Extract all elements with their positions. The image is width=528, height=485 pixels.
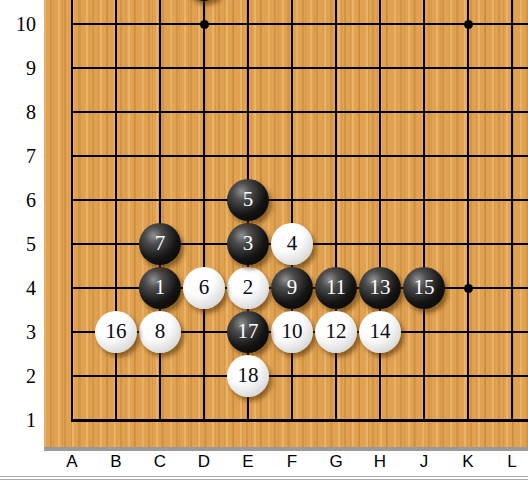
stone-number: 10 <box>282 321 303 342</box>
grid-line-row-2 <box>71 375 528 377</box>
column-label-text: E <box>242 452 253 471</box>
stone-number: 6 <box>199 277 210 298</box>
column-label-text: G <box>329 452 342 471</box>
row-label-5: 5 <box>0 233 36 255</box>
row-label-text: 9 <box>26 57 36 79</box>
stone-number: 1 <box>155 277 166 298</box>
grid-line-col-D <box>203 0 205 422</box>
stone-number: 14 <box>370 321 391 342</box>
star-point-K10 <box>464 20 473 29</box>
stone-number: 7 <box>155 233 166 254</box>
grid-line-row-10 <box>71 23 528 25</box>
column-label-text: L <box>507 452 516 471</box>
stone-number: 17 <box>238 321 259 342</box>
grid-line-col-A <box>71 0 73 422</box>
column-label-text: H <box>374 452 386 471</box>
star-point-K4 <box>464 284 473 293</box>
row-label-7: 7 <box>0 145 36 167</box>
stone-number: 11 <box>326 277 346 298</box>
stone-black-1: 1 <box>139 267 181 309</box>
stone-number: 8 <box>155 321 166 342</box>
column-label-B: B <box>100 452 132 472</box>
stone-number: 12 <box>326 321 347 342</box>
column-label-text: D <box>198 452 210 471</box>
column-label-text: K <box>462 452 473 471</box>
row-label-text: 8 <box>26 101 36 123</box>
stone-number: 4 <box>287 233 298 254</box>
column-label-E: E <box>232 452 264 472</box>
stone-number: 2 <box>243 277 254 298</box>
row-label-text: 4 <box>26 277 36 299</box>
stone-number: 13 <box>370 277 391 298</box>
stone-number: 9 <box>287 277 298 298</box>
window-separator <box>0 476 528 480</box>
row-label-text: 6 <box>26 189 36 211</box>
grid-line-row-9 <box>71 67 528 69</box>
stone-white-16: 16 <box>95 311 137 353</box>
row-label-3: 3 <box>0 321 36 343</box>
row-label-text: 7 <box>26 145 36 167</box>
column-label-D: D <box>188 452 220 472</box>
stone-white-2: 2 <box>227 267 269 309</box>
grid-line-col-K <box>467 0 469 422</box>
row-label-text: 10 <box>16 13 36 35</box>
grid-line-row-7 <box>71 155 528 157</box>
row-label-text: 3 <box>26 321 36 343</box>
stone-white-4: 4 <box>271 223 313 265</box>
row-label-4: 4 <box>0 277 36 299</box>
stone-number: 16 <box>106 321 127 342</box>
stone-black-9: 9 <box>271 267 313 309</box>
grid-line-col-B <box>115 0 117 422</box>
stone-black-13: 13 <box>359 267 401 309</box>
stone-white-10: 10 <box>271 311 313 353</box>
stone-number: 15 <box>414 277 435 298</box>
stone-black-17: 17 <box>227 311 269 353</box>
grid-line-col-F <box>291 0 293 422</box>
row-label-10: 10 <box>0 13 36 35</box>
grid-line-col-H <box>379 0 381 422</box>
column-label-text: B <box>110 452 121 471</box>
stone-black-5: 5 <box>227 179 269 221</box>
row-label-text: 2 <box>26 365 36 387</box>
stone-white-12: 12 <box>315 311 357 353</box>
stone-number: 3 <box>243 233 254 254</box>
row-label-1: 1 <box>0 409 36 431</box>
stone-white-14: 14 <box>359 311 401 353</box>
column-label-K: K <box>452 452 484 472</box>
row-label-9: 9 <box>0 57 36 79</box>
stone-black-7: 7 <box>139 223 181 265</box>
grid-line-col-J <box>423 0 425 422</box>
column-label-F: F <box>276 452 308 472</box>
stone-black-15: 15 <box>403 267 445 309</box>
column-label-G: G <box>320 452 352 472</box>
stone-white-8: 8 <box>139 311 181 353</box>
star-point-D10 <box>200 20 209 29</box>
grid-line-row-6 <box>71 199 528 201</box>
grid-line-row-8 <box>71 111 528 113</box>
stone-number: 18 <box>238 365 259 386</box>
column-label-text: J <box>420 452 429 471</box>
stone-number: 5 <box>243 189 254 210</box>
row-label-8: 8 <box>0 101 36 123</box>
stone-black-3: 3 <box>227 223 269 265</box>
row-label-6: 6 <box>0 189 36 211</box>
column-label-J: J <box>408 452 440 472</box>
grid-line-col-C <box>159 0 161 422</box>
stone-white-18: 18 <box>227 355 269 397</box>
stone-white-6: 6 <box>183 267 225 309</box>
column-label-text: F <box>287 452 297 471</box>
column-label-H: H <box>364 452 396 472</box>
row-label-text: 1 <box>26 409 36 431</box>
column-label-A: A <box>56 452 88 472</box>
stone-black-11: 11 <box>315 267 357 309</box>
column-label-text: A <box>66 452 77 471</box>
grid-line-col-L <box>511 0 513 422</box>
column-label-text: C <box>154 452 166 471</box>
board-shadow <box>44 447 528 451</box>
grid-line-row-1 <box>71 419 528 422</box>
column-label-C: C <box>144 452 176 472</box>
row-label-2: 2 <box>0 365 36 387</box>
row-label-text: 5 <box>26 233 36 255</box>
grid-line-col-G <box>335 0 337 422</box>
go-diagram: 12345678910111213141516171810987654321AB… <box>0 0 528 485</box>
column-label-L: L <box>496 452 528 472</box>
